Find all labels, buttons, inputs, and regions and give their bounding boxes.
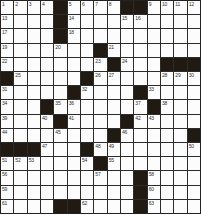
- grid-cell[interactable]: [28, 129, 40, 142]
- grid-cell[interactable]: [108, 115, 120, 128]
- grid-cell[interactable]: 60: [148, 186, 160, 199]
- grid-cell[interactable]: [41, 58, 53, 71]
- clue-number: 18: [69, 29, 74, 35]
- grid-cell[interactable]: [148, 157, 160, 170]
- grid-cell[interactable]: [148, 29, 160, 42]
- clue-number: 11: [175, 1, 180, 7]
- grid-cell[interactable]: [94, 129, 106, 142]
- black-cell: [134, 1, 146, 14]
- grid-cell[interactable]: 51: [1, 157, 13, 170]
- grid-cell[interactable]: [188, 44, 200, 57]
- grid-cell[interactable]: 48: [94, 143, 106, 156]
- clue-number: 38: [162, 100, 167, 106]
- grid-cell[interactable]: 18: [68, 29, 80, 42]
- clue-number: 9: [149, 1, 152, 7]
- clue-number: 51: [2, 157, 7, 163]
- grid-cell[interactable]: 52: [14, 157, 26, 170]
- grid-cell[interactable]: [28, 200, 40, 213]
- grid-cell[interactable]: 16: [134, 15, 146, 28]
- black-cell: [94, 44, 106, 57]
- grid-cell[interactable]: 54: [81, 157, 93, 170]
- grid-cell[interactable]: [41, 129, 53, 142]
- grid-cell[interactable]: [94, 100, 106, 113]
- grid-cell[interactable]: [28, 186, 40, 199]
- grid-cell[interactable]: 36: [68, 100, 80, 113]
- black-cell: [54, 200, 66, 213]
- black-cell: [188, 58, 200, 71]
- grid-cell[interactable]: [28, 100, 40, 113]
- clue-number: 46: [122, 129, 127, 135]
- grid-cell[interactable]: [68, 129, 80, 142]
- grid-cell[interactable]: [161, 86, 173, 99]
- clue-number: 17: [2, 29, 7, 35]
- black-cell: [121, 115, 133, 128]
- grid-cell[interactable]: 62: [81, 200, 93, 213]
- grid-cell[interactable]: [134, 58, 146, 71]
- clue-number: 63: [149, 200, 154, 206]
- grid-cell[interactable]: [81, 58, 93, 71]
- grid-cell[interactable]: [188, 86, 200, 99]
- grid-cell[interactable]: [81, 29, 93, 42]
- grid-cell[interactable]: [188, 186, 200, 199]
- grid-cell[interactable]: [14, 100, 26, 113]
- grid-cell[interactable]: 43: [148, 115, 160, 128]
- grid-cell[interactable]: 30: [188, 72, 200, 85]
- grid-cell[interactable]: [188, 200, 200, 213]
- black-cell: [94, 157, 106, 170]
- clue-number: 60: [149, 186, 154, 192]
- grid-cell[interactable]: 8: [108, 1, 120, 14]
- grid-cell[interactable]: [81, 44, 93, 57]
- grid-cell[interactable]: 55: [108, 157, 120, 170]
- grid-cell[interactable]: [108, 186, 120, 199]
- clue-number: 40: [42, 115, 47, 121]
- grid-cell[interactable]: [54, 171, 66, 184]
- clue-number: 43: [149, 115, 154, 121]
- clue-number: 37: [135, 100, 140, 106]
- grid-cell[interactable]: [161, 200, 173, 213]
- grid-cell[interactable]: [41, 86, 53, 99]
- grid-cell[interactable]: [174, 143, 186, 156]
- grid-cell[interactable]: [121, 86, 133, 99]
- clue-number: 7: [95, 1, 98, 7]
- clue-number: 20: [55, 44, 60, 50]
- grid-cell[interactable]: [148, 15, 160, 28]
- black-cell: [188, 129, 200, 142]
- grid-cell[interactable]: [121, 171, 133, 184]
- grid-cell[interactable]: [94, 29, 106, 42]
- grid-cell[interactable]: [54, 186, 66, 199]
- grid-cell[interactable]: [68, 157, 80, 170]
- grid-cell[interactable]: 11: [174, 1, 186, 14]
- grid-cell[interactable]: [28, 44, 40, 57]
- grid-cell[interactable]: [188, 115, 200, 128]
- grid-cell[interactable]: [121, 100, 133, 113]
- black-cell: [68, 200, 80, 213]
- grid-cell[interactable]: 22: [1, 58, 13, 71]
- grid-cell[interactable]: [68, 171, 80, 184]
- grid-cell[interactable]: [28, 15, 40, 28]
- grid-cell[interactable]: 19: [1, 44, 13, 57]
- grid-cell[interactable]: [68, 58, 80, 71]
- grid-cell[interactable]: 17: [1, 29, 13, 42]
- clue-number: 47: [42, 143, 47, 149]
- grid-cell[interactable]: [188, 29, 200, 42]
- grid-cell[interactable]: 49: [108, 143, 120, 156]
- grid-cell[interactable]: 63: [148, 200, 160, 213]
- black-cell: [134, 186, 146, 199]
- black-cell: [174, 58, 186, 71]
- grid-cell[interactable]: 45: [54, 129, 66, 142]
- clue-number: 4: [42, 1, 45, 7]
- grid-cell[interactable]: [121, 143, 133, 156]
- grid-cell[interactable]: [188, 157, 200, 170]
- grid-cell[interactable]: [121, 44, 133, 57]
- grid-cell[interactable]: [68, 44, 80, 57]
- grid-cell[interactable]: [148, 143, 160, 156]
- grid-cell[interactable]: [174, 115, 186, 128]
- black-cell: [54, 115, 66, 128]
- grid-cell[interactable]: [41, 200, 53, 213]
- grid-cell[interactable]: 13: [1, 15, 13, 28]
- black-cell: [68, 86, 80, 99]
- grid-cell[interactable]: [121, 72, 133, 85]
- grid-cell[interactable]: [121, 157, 133, 170]
- clue-number: 56: [2, 171, 7, 177]
- grid-cell[interactable]: 29: [174, 72, 186, 85]
- clue-number: 31: [2, 86, 7, 92]
- grid-cell[interactable]: [54, 143, 66, 156]
- grid-cell[interactable]: [81, 171, 93, 184]
- clue-number: 26: [95, 72, 100, 78]
- grid-cell[interactable]: [174, 157, 186, 170]
- clue-number: 15: [122, 15, 127, 21]
- grid-cell[interactable]: [134, 29, 146, 42]
- grid-cell[interactable]: [174, 186, 186, 199]
- grid-cell[interactable]: [14, 15, 26, 28]
- clue-number: 1: [2, 1, 5, 7]
- clue-number: 41: [69, 115, 74, 121]
- clue-number: 57: [95, 171, 100, 177]
- grid-cell[interactable]: [94, 115, 106, 128]
- grid-cell[interactable]: [68, 143, 80, 156]
- grid-cell[interactable]: [134, 44, 146, 57]
- grid-cell[interactable]: [108, 15, 120, 28]
- grid-cell[interactable]: [28, 171, 40, 184]
- black-cell: [81, 72, 93, 85]
- clue-number: 29: [175, 72, 180, 78]
- grid-cell[interactable]: [174, 200, 186, 213]
- grid-cell[interactable]: 59: [1, 186, 13, 199]
- grid-cell[interactable]: 7: [94, 1, 106, 14]
- grid-cell[interactable]: [148, 44, 160, 57]
- grid-cell[interactable]: [54, 72, 66, 85]
- clue-number: 42: [135, 115, 140, 121]
- clue-number: 30: [189, 72, 194, 78]
- grid-cell[interactable]: [108, 29, 120, 42]
- clue-number: 19: [2, 44, 7, 50]
- black-cell: [134, 86, 146, 99]
- clue-number: 24: [122, 58, 127, 64]
- black-cell: [148, 100, 160, 113]
- crossword-puzzle: 1234567891011121314151617181920212223242…: [0, 0, 201, 215]
- grid-cell[interactable]: 10: [161, 1, 173, 14]
- grid-cell[interactable]: 26: [94, 72, 106, 85]
- grid-cell[interactable]: 38: [161, 100, 173, 113]
- grid-cell[interactable]: [14, 115, 26, 128]
- grid-cell[interactable]: [81, 15, 93, 28]
- grid-cell[interactable]: [161, 129, 173, 142]
- clue-number: 52: [15, 157, 20, 163]
- grid-cell[interactable]: [121, 29, 133, 42]
- grid-cell[interactable]: [14, 171, 26, 184]
- black-cell: [14, 143, 26, 156]
- grid-cell[interactable]: 12: [188, 1, 200, 14]
- grid-cell[interactable]: [134, 129, 146, 142]
- grid-cell[interactable]: [81, 115, 93, 128]
- clue-number: 5: [69, 1, 72, 7]
- clue-number: 16: [135, 15, 140, 21]
- grid-cell[interactable]: [121, 200, 133, 213]
- grid-cell[interactable]: [161, 186, 173, 199]
- grid-cell[interactable]: [134, 143, 146, 156]
- grid-cell[interactable]: 57: [94, 171, 106, 184]
- clue-number: 53: [29, 157, 34, 163]
- grid-cell[interactable]: [41, 44, 53, 57]
- clue-number: 2: [15, 1, 18, 7]
- grid-cell[interactable]: [108, 200, 120, 213]
- grid-cell[interactable]: [188, 171, 200, 184]
- grid-cell[interactable]: [14, 200, 26, 213]
- clue-number: 28: [162, 72, 167, 78]
- grid-cell[interactable]: 32: [81, 86, 93, 99]
- grid-cell[interactable]: 47: [41, 143, 53, 156]
- clue-number: 62: [82, 200, 87, 206]
- grid-cell[interactable]: [148, 72, 160, 85]
- grid-cell[interactable]: 56: [1, 171, 13, 184]
- grid-cell[interactable]: 44: [1, 129, 13, 142]
- clue-number: 48: [95, 143, 100, 149]
- black-cell: [54, 1, 66, 14]
- grid-cell[interactable]: [174, 15, 186, 28]
- grid-cell[interactable]: 1: [1, 1, 13, 14]
- grid-cell[interactable]: 4: [41, 1, 53, 14]
- grid-cell[interactable]: 27: [108, 72, 120, 85]
- clue-number: 13: [2, 15, 7, 21]
- grid-cell[interactable]: 24: [121, 58, 133, 71]
- grid-cell[interactable]: 5: [68, 1, 80, 14]
- grid-cell[interactable]: [68, 186, 80, 199]
- clue-number: 12: [189, 1, 194, 7]
- black-cell: [54, 29, 66, 42]
- grid-cell[interactable]: 33: [148, 86, 160, 99]
- clue-number: 44: [2, 129, 7, 135]
- grid-cell[interactable]: [108, 100, 120, 113]
- grid-cell[interactable]: 20: [54, 44, 66, 57]
- grid-cell[interactable]: [174, 129, 186, 142]
- grid-cell[interactable]: 3: [28, 1, 40, 14]
- grid-cell[interactable]: 46: [121, 129, 133, 142]
- clue-number: 45: [55, 129, 60, 135]
- clue-number: 54: [82, 157, 87, 163]
- grid-cell[interactable]: [108, 171, 120, 184]
- clue-number: 58: [149, 171, 154, 177]
- grid-cell[interactable]: [94, 186, 106, 199]
- grid-cell[interactable]: [41, 29, 53, 42]
- grid-cell[interactable]: [54, 58, 66, 71]
- grid-cell[interactable]: 9: [148, 1, 160, 14]
- grid-cell[interactable]: [28, 115, 40, 128]
- clue-number: 49: [109, 143, 114, 149]
- clue-number: 14: [69, 15, 74, 21]
- grid-cell[interactable]: [134, 72, 146, 85]
- clue-number: 23: [95, 58, 100, 64]
- grid-cell[interactable]: [161, 29, 173, 42]
- grid-cell[interactable]: [28, 58, 40, 71]
- black-cell: [41, 100, 53, 113]
- grid-cell[interactable]: [174, 44, 186, 57]
- grid-cell[interactable]: [161, 171, 173, 184]
- clue-number: 8: [109, 1, 112, 7]
- black-cell: [81, 143, 93, 156]
- grid-cell[interactable]: [161, 15, 173, 28]
- black-cell: [108, 129, 120, 142]
- grid-cell[interactable]: [14, 29, 26, 42]
- grid-cell[interactable]: [188, 100, 200, 113]
- grid-cell[interactable]: [14, 129, 26, 142]
- grid-cell[interactable]: [41, 157, 53, 170]
- grid-cell[interactable]: [188, 15, 200, 28]
- grid-cell[interactable]: 25: [14, 72, 26, 85]
- grid-cell[interactable]: 35: [54, 100, 66, 113]
- grid-cell[interactable]: [94, 86, 106, 99]
- clue-number: 6: [82, 1, 85, 7]
- grid-cell[interactable]: [14, 86, 26, 99]
- clue-number: 33: [149, 86, 154, 92]
- grid-cell[interactable]: [41, 171, 53, 184]
- grid-cell[interactable]: 41: [68, 115, 80, 128]
- grid-cell[interactable]: [174, 29, 186, 42]
- grid-cell[interactable]: 21: [108, 44, 120, 57]
- grid-cell[interactable]: [121, 186, 133, 199]
- grid-cell[interactable]: [68, 72, 80, 85]
- grid-cell[interactable]: [81, 129, 93, 142]
- black-cell: [54, 15, 66, 28]
- black-cell: [161, 58, 173, 71]
- grid-cell[interactable]: [161, 143, 173, 156]
- black-cell: [121, 1, 133, 14]
- grid-cell[interactable]: 58: [148, 171, 160, 184]
- grid-cell[interactable]: [94, 15, 106, 28]
- grid-cell[interactable]: [14, 58, 26, 71]
- grid-cell[interactable]: [174, 171, 186, 184]
- grid-cell[interactable]: 53: [28, 157, 40, 170]
- grid-cell[interactable]: 15: [121, 15, 133, 28]
- clue-number: 27: [109, 72, 114, 78]
- grid-cell[interactable]: 37: [134, 100, 146, 113]
- grid-cell[interactable]: 14: [68, 15, 80, 28]
- grid-cell[interactable]: [148, 129, 160, 142]
- black-cell: [1, 72, 13, 85]
- clue-number: 32: [82, 86, 87, 92]
- clue-number: 61: [2, 200, 7, 206]
- crossword-board: 1234567891011121314151617181920212223242…: [0, 0, 201, 214]
- grid-cell[interactable]: [54, 157, 66, 170]
- clue-number: 10: [162, 1, 167, 7]
- grid-cell[interactable]: [14, 44, 26, 57]
- clue-number: 50: [189, 143, 194, 149]
- grid-cell[interactable]: [94, 200, 106, 213]
- grid-cell[interactable]: 23: [94, 58, 106, 71]
- black-cell: [1, 143, 13, 156]
- grid-cell[interactable]: [28, 86, 40, 99]
- grid-cell[interactable]: 50: [188, 143, 200, 156]
- grid-cell[interactable]: [148, 58, 160, 71]
- black-cell: [134, 171, 146, 184]
- grid-cell[interactable]: 42: [134, 115, 146, 128]
- grid-cell[interactable]: 31: [1, 86, 13, 99]
- black-cell: [108, 58, 120, 71]
- grid-cell[interactable]: 40: [41, 115, 53, 128]
- clue-number: 36: [69, 100, 74, 106]
- grid-cell[interactable]: [108, 86, 120, 99]
- clue-number: 25: [15, 72, 20, 78]
- grid-cell[interactable]: [41, 186, 53, 199]
- grid-cell[interactable]: 28: [161, 72, 173, 85]
- grid-cell[interactable]: [161, 115, 173, 128]
- grid-cell[interactable]: [41, 15, 53, 28]
- grid-cell[interactable]: 39: [1, 115, 13, 128]
- grid-cell[interactable]: [14, 186, 26, 199]
- clue-number: 59: [2, 186, 7, 192]
- grid-cell[interactable]: [161, 157, 173, 170]
- grid-cell[interactable]: [174, 86, 186, 99]
- clue-number: 22: [2, 58, 7, 64]
- grid-cell[interactable]: [161, 44, 173, 57]
- grid-cell[interactable]: [54, 86, 66, 99]
- clue-number: 34: [2, 100, 7, 106]
- grid-cell[interactable]: [174, 100, 186, 113]
- grid-cell[interactable]: [134, 157, 146, 170]
- clue-number: 39: [2, 115, 7, 121]
- grid-cell[interactable]: [28, 29, 40, 42]
- clue-number: 3: [29, 1, 32, 7]
- clue-number: 55: [109, 157, 114, 163]
- grid-cell[interactable]: 61: [1, 200, 13, 213]
- clue-number: 21: [109, 44, 114, 50]
- grid-cell[interactable]: 6: [81, 1, 93, 14]
- grid-cell[interactable]: [81, 100, 93, 113]
- black-cell: [28, 143, 40, 156]
- grid-cell[interactable]: 34: [1, 100, 13, 113]
- black-cell: [134, 200, 146, 213]
- clue-number: 35: [55, 100, 60, 106]
- grid-cell[interactable]: 2: [14, 1, 26, 14]
- grid-cell[interactable]: [28, 72, 40, 85]
- grid-cell[interactable]: [81, 186, 93, 199]
- grid-cell[interactable]: [41, 72, 53, 85]
